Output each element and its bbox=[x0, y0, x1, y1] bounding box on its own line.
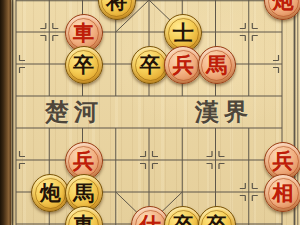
piece-character: 炮 bbox=[40, 182, 61, 203]
piece-character: 士 bbox=[173, 22, 194, 43]
piece-character: 将 bbox=[106, 0, 127, 11]
piece-red-soldier-f4[interactable]: 兵 bbox=[164, 46, 202, 84]
piece-black-chariot-c9[interactable]: 車 bbox=[65, 206, 103, 225]
piece-character: 仕 bbox=[140, 214, 161, 225]
piece-character: 卒 bbox=[173, 214, 194, 225]
piece-character: 兵 bbox=[73, 150, 94, 171]
pieces-layer: 将炮車士卒卒兵馬兵兵炮馬相車仕卒卒 bbox=[0, 0, 300, 225]
piece-character: 兵 bbox=[273, 150, 294, 171]
piece-character: 兵 bbox=[173, 54, 194, 75]
piece-character: 炮 bbox=[273, 0, 294, 11]
piece-character: 卒 bbox=[73, 54, 94, 75]
piece-character: 馬 bbox=[206, 54, 227, 75]
piece-red-elephant-i8[interactable]: 相 bbox=[264, 174, 300, 212]
xiangqi-board[interactable]: 楚河 漢界 将炮車士卒卒兵馬兵兵炮馬相車仕卒卒 bbox=[0, 0, 300, 225]
piece-black-cannon-b8[interactable]: 炮 bbox=[31, 174, 69, 212]
piece-red-cannon-i2[interactable]: 炮 bbox=[264, 0, 300, 20]
piece-black-soldier-f9[interactable]: 卒 bbox=[164, 206, 202, 225]
piece-character: 馬 bbox=[73, 182, 94, 203]
piece-character: 相 bbox=[273, 182, 294, 203]
piece-black-soldier-g9[interactable]: 卒 bbox=[198, 206, 236, 225]
piece-character: 卒 bbox=[140, 54, 161, 75]
piece-character: 車 bbox=[73, 214, 94, 225]
piece-character: 車 bbox=[73, 22, 94, 43]
piece-black-general-d2[interactable]: 将 bbox=[98, 0, 136, 20]
piece-red-horse-g4[interactable]: 馬 bbox=[198, 46, 236, 84]
piece-black-soldier-c4[interactable]: 卒 bbox=[65, 46, 103, 84]
piece-character: 卒 bbox=[206, 214, 227, 225]
